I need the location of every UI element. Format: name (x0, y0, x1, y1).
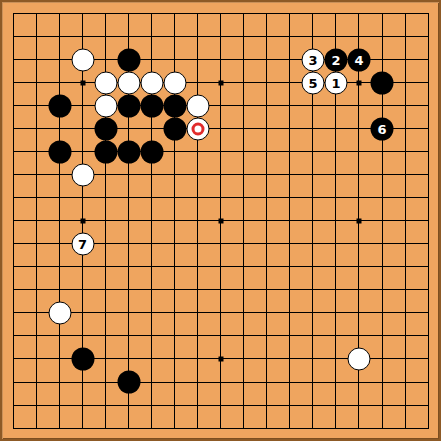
intersection[interactable] (163, 394, 186, 417)
intersection[interactable] (71, 255, 94, 278)
intersection[interactable] (117, 163, 140, 186)
intersection[interactable] (25, 278, 48, 301)
intersection[interactable] (2, 371, 25, 394)
intersection[interactable] (347, 371, 370, 394)
intersection[interactable] (324, 140, 347, 163)
intersection[interactable] (417, 417, 440, 440)
intersection[interactable] (347, 255, 370, 278)
intersection[interactable] (117, 25, 140, 48)
intersection[interactable] (347, 2, 370, 25)
intersection[interactable] (301, 324, 324, 347)
intersection[interactable] (301, 209, 324, 232)
intersection[interactable] (48, 255, 71, 278)
intersection[interactable] (417, 163, 440, 186)
intersection[interactable] (209, 324, 232, 347)
intersection[interactable] (301, 186, 324, 209)
intersection[interactable] (232, 25, 255, 48)
intersection[interactable] (255, 278, 278, 301)
intersection[interactable] (94, 209, 117, 232)
intersection[interactable] (417, 394, 440, 417)
intersection[interactable] (140, 186, 163, 209)
intersection[interactable] (255, 324, 278, 347)
intersection[interactable] (324, 347, 347, 370)
intersection[interactable] (232, 301, 255, 324)
intersection[interactable] (71, 186, 94, 209)
intersection[interactable] (140, 324, 163, 347)
intersection[interactable] (2, 117, 25, 140)
intersection[interactable] (394, 117, 417, 140)
intersection[interactable] (417, 48, 440, 71)
intersection[interactable] (417, 255, 440, 278)
intersection[interactable] (48, 163, 71, 186)
intersection[interactable] (301, 347, 324, 370)
intersection[interactable] (117, 209, 140, 232)
intersection[interactable] (209, 301, 232, 324)
intersection[interactable] (278, 394, 301, 417)
intersection[interactable] (140, 417, 163, 440)
intersection[interactable] (186, 417, 209, 440)
intersection[interactable] (232, 163, 255, 186)
intersection[interactable] (209, 255, 232, 278)
intersection[interactable] (209, 278, 232, 301)
intersection[interactable] (140, 255, 163, 278)
intersection[interactable] (347, 117, 370, 140)
intersection[interactable] (255, 71, 278, 94)
intersection[interactable] (25, 25, 48, 48)
intersection[interactable] (301, 117, 324, 140)
intersection[interactable] (347, 417, 370, 440)
intersection[interactable] (232, 278, 255, 301)
intersection[interactable] (255, 25, 278, 48)
intersection[interactable] (186, 324, 209, 347)
intersection[interactable] (417, 25, 440, 48)
intersection[interactable] (417, 94, 440, 117)
intersection[interactable] (394, 163, 417, 186)
intersection[interactable] (2, 140, 25, 163)
intersection[interactable] (71, 347, 94, 370)
intersection[interactable] (163, 163, 186, 186)
intersection[interactable] (94, 347, 117, 370)
intersection[interactable] (232, 186, 255, 209)
intersection[interactable] (324, 186, 347, 209)
intersection[interactable] (347, 324, 370, 347)
intersection[interactable] (48, 2, 71, 25)
intersection[interactable] (48, 71, 71, 94)
intersection[interactable] (417, 278, 440, 301)
intersection[interactable] (324, 163, 347, 186)
intersection[interactable] (347, 347, 370, 370)
intersection[interactable] (25, 186, 48, 209)
intersection[interactable] (186, 394, 209, 417)
intersection[interactable] (394, 394, 417, 417)
intersection[interactable] (25, 394, 48, 417)
intersection[interactable] (417, 140, 440, 163)
intersection[interactable] (417, 232, 440, 255)
intersection[interactable]: 2 (324, 48, 347, 71)
intersection[interactable] (324, 117, 347, 140)
intersection[interactable]: 3 (301, 48, 324, 71)
intersection[interactable] (2, 2, 25, 25)
intersection[interactable] (371, 417, 394, 440)
intersection[interactable] (2, 163, 25, 186)
intersection[interactable] (71, 163, 94, 186)
intersection[interactable] (2, 324, 25, 347)
intersection[interactable]: 1 (324, 71, 347, 94)
intersection[interactable] (71, 71, 94, 94)
intersection[interactable] (209, 394, 232, 417)
intersection[interactable] (209, 232, 232, 255)
intersection[interactable] (232, 94, 255, 117)
intersection[interactable] (394, 278, 417, 301)
intersection[interactable] (347, 278, 370, 301)
intersection[interactable] (301, 417, 324, 440)
intersection[interactable] (48, 209, 71, 232)
intersection[interactable] (255, 163, 278, 186)
intersection[interactable] (2, 232, 25, 255)
intersection[interactable] (347, 232, 370, 255)
intersection[interactable] (324, 209, 347, 232)
intersection[interactable] (71, 2, 94, 25)
intersection[interactable] (324, 25, 347, 48)
intersection[interactable] (71, 417, 94, 440)
intersection[interactable] (48, 371, 71, 394)
intersection[interactable]: 6 (371, 117, 394, 140)
intersection[interactable] (186, 25, 209, 48)
intersection[interactable] (186, 2, 209, 25)
intersection[interactable] (2, 25, 25, 48)
intersection[interactable] (417, 371, 440, 394)
intersection[interactable] (347, 301, 370, 324)
intersection[interactable] (117, 140, 140, 163)
intersection[interactable] (347, 71, 370, 94)
intersection[interactable] (48, 94, 71, 117)
intersection[interactable] (394, 371, 417, 394)
intersection[interactable] (117, 48, 140, 71)
intersection[interactable] (71, 140, 94, 163)
intersection[interactable] (417, 117, 440, 140)
intersection[interactable] (48, 347, 71, 370)
intersection[interactable] (2, 186, 25, 209)
intersection[interactable] (163, 371, 186, 394)
intersection[interactable] (94, 163, 117, 186)
intersection[interactable] (94, 71, 117, 94)
intersection[interactable] (71, 94, 94, 117)
intersection[interactable] (163, 94, 186, 117)
intersection[interactable] (25, 255, 48, 278)
intersection[interactable] (255, 417, 278, 440)
intersection[interactable] (48, 417, 71, 440)
intersection[interactable] (2, 347, 25, 370)
intersection[interactable] (186, 48, 209, 71)
intersection[interactable] (48, 25, 71, 48)
intersection[interactable] (301, 163, 324, 186)
intersection[interactable] (117, 371, 140, 394)
intersection[interactable] (301, 371, 324, 394)
intersection[interactable] (232, 209, 255, 232)
intersection[interactable] (371, 163, 394, 186)
intersection[interactable] (140, 71, 163, 94)
intersection[interactable] (186, 94, 209, 117)
intersection[interactable] (163, 347, 186, 370)
intersection[interactable] (186, 163, 209, 186)
intersection[interactable] (394, 209, 417, 232)
intersection[interactable] (371, 48, 394, 71)
intersection[interactable]: 7 (71, 232, 94, 255)
intersection[interactable] (255, 2, 278, 25)
intersection[interactable] (48, 394, 71, 417)
intersection[interactable] (371, 371, 394, 394)
intersection[interactable] (25, 48, 48, 71)
intersection[interactable] (232, 71, 255, 94)
intersection[interactable] (25, 140, 48, 163)
intersection[interactable] (71, 209, 94, 232)
intersection[interactable] (278, 301, 301, 324)
intersection[interactable] (94, 324, 117, 347)
intersection[interactable] (25, 163, 48, 186)
intersection[interactable] (347, 186, 370, 209)
intersection[interactable] (209, 209, 232, 232)
intersection[interactable] (278, 324, 301, 347)
intersection[interactable] (117, 232, 140, 255)
intersection[interactable] (371, 209, 394, 232)
intersection[interactable] (371, 347, 394, 370)
intersection[interactable] (278, 347, 301, 370)
intersection[interactable] (25, 324, 48, 347)
intersection[interactable] (117, 417, 140, 440)
intersection[interactable]: 5 (301, 71, 324, 94)
intersection[interactable] (371, 232, 394, 255)
intersection[interactable] (140, 117, 163, 140)
intersection[interactable] (163, 209, 186, 232)
intersection[interactable] (186, 209, 209, 232)
intersection[interactable] (417, 301, 440, 324)
intersection[interactable] (232, 324, 255, 347)
intersection[interactable] (186, 347, 209, 370)
intersection[interactable] (186, 278, 209, 301)
intersection[interactable] (232, 417, 255, 440)
intersection[interactable] (324, 255, 347, 278)
intersection[interactable] (209, 186, 232, 209)
intersection[interactable] (48, 232, 71, 255)
intersection[interactable] (278, 25, 301, 48)
intersection[interactable] (163, 71, 186, 94)
intersection[interactable] (278, 278, 301, 301)
intersection[interactable] (255, 255, 278, 278)
intersection[interactable] (140, 140, 163, 163)
intersection[interactable] (394, 140, 417, 163)
intersection[interactable] (232, 140, 255, 163)
intersection[interactable] (324, 232, 347, 255)
intersection[interactable] (94, 48, 117, 71)
intersection[interactable] (117, 94, 140, 117)
intersection[interactable] (94, 371, 117, 394)
intersection[interactable] (163, 232, 186, 255)
intersection[interactable] (347, 394, 370, 417)
intersection[interactable] (255, 186, 278, 209)
intersection[interactable] (140, 347, 163, 370)
intersection[interactable] (278, 2, 301, 25)
intersection[interactable] (163, 301, 186, 324)
intersection[interactable] (394, 255, 417, 278)
intersection[interactable] (2, 301, 25, 324)
intersection[interactable] (186, 232, 209, 255)
intersection[interactable] (394, 25, 417, 48)
intersection[interactable] (25, 301, 48, 324)
intersection[interactable] (163, 417, 186, 440)
intersection[interactable] (186, 186, 209, 209)
intersection[interactable] (117, 301, 140, 324)
intersection[interactable] (209, 117, 232, 140)
intersection[interactable] (117, 347, 140, 370)
intersection[interactable] (278, 186, 301, 209)
intersection[interactable] (417, 324, 440, 347)
intersection[interactable] (255, 209, 278, 232)
intersection[interactable] (94, 117, 117, 140)
intersection[interactable] (163, 48, 186, 71)
intersection[interactable] (255, 94, 278, 117)
intersection[interactable] (140, 232, 163, 255)
intersection[interactable] (209, 71, 232, 94)
intersection[interactable] (163, 2, 186, 25)
intersection[interactable] (278, 71, 301, 94)
intersection[interactable] (417, 186, 440, 209)
intersection[interactable] (324, 417, 347, 440)
intersection[interactable] (71, 324, 94, 347)
intersection[interactable] (371, 324, 394, 347)
intersection[interactable] (2, 417, 25, 440)
intersection[interactable] (25, 371, 48, 394)
intersection[interactable] (25, 417, 48, 440)
intersection[interactable] (371, 2, 394, 25)
intersection[interactable] (209, 371, 232, 394)
intersection[interactable] (278, 48, 301, 71)
intersection[interactable] (255, 301, 278, 324)
intersection[interactable] (71, 278, 94, 301)
intersection[interactable] (301, 255, 324, 278)
intersection[interactable] (25, 232, 48, 255)
intersection[interactable] (117, 117, 140, 140)
intersection[interactable] (232, 371, 255, 394)
intersection[interactable] (394, 71, 417, 94)
intersection[interactable] (94, 394, 117, 417)
intersection[interactable] (371, 71, 394, 94)
intersection[interactable] (117, 394, 140, 417)
intersection[interactable] (371, 394, 394, 417)
intersection[interactable] (117, 2, 140, 25)
intersection[interactable] (117, 71, 140, 94)
intersection[interactable] (94, 94, 117, 117)
intersection[interactable] (25, 347, 48, 370)
intersection[interactable] (301, 2, 324, 25)
intersection[interactable] (278, 371, 301, 394)
intersection[interactable] (417, 347, 440, 370)
intersection[interactable] (255, 140, 278, 163)
intersection[interactable] (71, 48, 94, 71)
intersection[interactable] (232, 117, 255, 140)
intersection[interactable] (417, 71, 440, 94)
intersection[interactable] (371, 94, 394, 117)
intersection[interactable] (2, 278, 25, 301)
intersection[interactable] (278, 417, 301, 440)
intersection[interactable] (324, 2, 347, 25)
intersection[interactable] (117, 186, 140, 209)
intersection[interactable] (301, 301, 324, 324)
intersection[interactable] (232, 232, 255, 255)
intersection[interactable] (394, 232, 417, 255)
intersection[interactable] (2, 94, 25, 117)
intersection[interactable] (163, 140, 186, 163)
intersection[interactable] (301, 232, 324, 255)
intersection[interactable] (163, 255, 186, 278)
intersection[interactable] (48, 140, 71, 163)
intersection[interactable] (347, 94, 370, 117)
intersection[interactable] (140, 278, 163, 301)
intersection[interactable] (25, 209, 48, 232)
intersection[interactable] (347, 209, 370, 232)
intersection[interactable] (209, 347, 232, 370)
intersection[interactable] (94, 2, 117, 25)
intersection[interactable] (232, 48, 255, 71)
intersection[interactable] (394, 301, 417, 324)
intersection[interactable] (278, 232, 301, 255)
intersection[interactable] (163, 186, 186, 209)
intersection[interactable] (232, 347, 255, 370)
intersection[interactable] (71, 117, 94, 140)
intersection[interactable] (48, 301, 71, 324)
intersection[interactable] (394, 48, 417, 71)
intersection[interactable] (140, 371, 163, 394)
intersection[interactable] (324, 394, 347, 417)
intersection[interactable] (347, 25, 370, 48)
intersection[interactable] (48, 186, 71, 209)
intersection[interactable] (371, 186, 394, 209)
intersection[interactable] (301, 140, 324, 163)
intersection[interactable] (278, 117, 301, 140)
intersection[interactable] (117, 255, 140, 278)
intersection[interactable] (255, 347, 278, 370)
intersection[interactable] (278, 209, 301, 232)
intersection[interactable] (140, 48, 163, 71)
intersection[interactable] (278, 163, 301, 186)
intersection[interactable] (2, 255, 25, 278)
intersection[interactable] (186, 371, 209, 394)
intersection[interactable] (209, 2, 232, 25)
intersection[interactable] (394, 324, 417, 347)
intersection[interactable] (140, 163, 163, 186)
intersection[interactable] (255, 48, 278, 71)
intersection[interactable] (232, 394, 255, 417)
intersection[interactable] (186, 117, 209, 140)
intersection[interactable] (140, 2, 163, 25)
intersection[interactable] (324, 371, 347, 394)
intersection[interactable] (163, 324, 186, 347)
intersection[interactable] (140, 394, 163, 417)
intersection[interactable] (48, 48, 71, 71)
intersection[interactable] (117, 324, 140, 347)
intersection[interactable] (371, 278, 394, 301)
intersection[interactable] (278, 140, 301, 163)
intersection[interactable] (140, 209, 163, 232)
intersection[interactable] (163, 117, 186, 140)
intersection[interactable] (371, 140, 394, 163)
intersection[interactable] (140, 94, 163, 117)
intersection[interactable] (25, 117, 48, 140)
intersection[interactable] (301, 394, 324, 417)
intersection[interactable] (2, 209, 25, 232)
intersection[interactable] (394, 2, 417, 25)
intersection[interactable] (347, 140, 370, 163)
intersection[interactable] (48, 117, 71, 140)
